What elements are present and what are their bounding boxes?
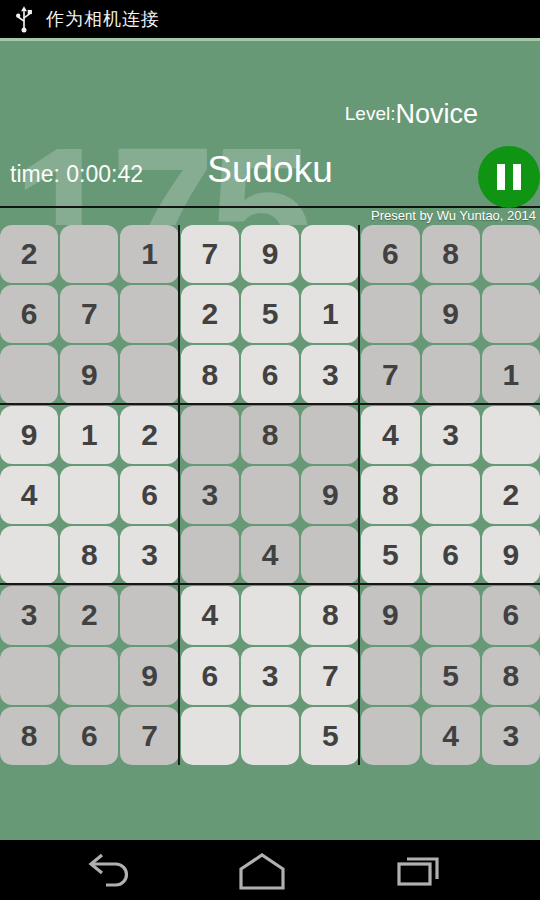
cell-r6c6[interactable] xyxy=(301,526,359,584)
cell-r1c2[interactable] xyxy=(60,225,118,283)
cell-r3c9[interactable]: 1 xyxy=(482,345,540,403)
cell-r4c9[interactable] xyxy=(482,406,540,464)
cell-r4c1[interactable]: 9 xyxy=(0,406,58,464)
level-label: Level: xyxy=(345,103,396,125)
recents-icon xyxy=(394,851,442,889)
cell-r4c5[interactable]: 8 xyxy=(241,406,299,464)
cell-r6c1[interactable] xyxy=(0,526,58,584)
cell-r1c1[interactable]: 2 xyxy=(0,225,58,283)
cell-r3c8[interactable] xyxy=(422,345,480,403)
cell-r3c6[interactable]: 3 xyxy=(301,345,359,403)
back-icon xyxy=(85,852,135,888)
screen: 作为相机连接 175 time: 0:00:42 Sudoku Level:No… xyxy=(0,0,540,900)
cell-r6c4[interactable] xyxy=(181,526,239,584)
cell-r3c5[interactable]: 6 xyxy=(241,345,299,403)
cell-r6c5[interactable]: 4 xyxy=(241,526,299,584)
cell-r3c1[interactable] xyxy=(0,345,58,403)
cell-r6c3[interactable]: 3 xyxy=(120,526,178,584)
cell-r5c4[interactable]: 3 xyxy=(181,466,239,524)
cell-r7c6[interactable]: 8 xyxy=(301,586,359,644)
level-indicator: Level:Novice xyxy=(345,0,478,206)
level-value: Novice xyxy=(395,99,478,130)
cell-r7c1[interactable]: 3 xyxy=(0,586,58,644)
home-button[interactable] xyxy=(234,850,290,890)
cell-r3c2[interactable]: 9 xyxy=(60,345,118,403)
cell-r2c4[interactable]: 2 xyxy=(181,285,239,343)
back-button[interactable] xyxy=(82,850,138,890)
pause-button[interactable] xyxy=(478,146,540,208)
cell-r5c2[interactable] xyxy=(60,466,118,524)
cell-r2c7[interactable] xyxy=(361,285,419,343)
cell-r8c7[interactable] xyxy=(361,647,419,705)
cell-r6c8[interactable]: 6 xyxy=(422,526,480,584)
cell-r5c7[interactable]: 8 xyxy=(361,466,419,524)
cell-r7c7[interactable]: 9 xyxy=(361,586,419,644)
cell-r9c9[interactable]: 3 xyxy=(482,707,540,765)
cell-r4c7[interactable]: 4 xyxy=(361,406,419,464)
pause-icon xyxy=(497,164,521,190)
cell-r9c5[interactable] xyxy=(241,707,299,765)
cell-r8c4[interactable]: 6 xyxy=(181,647,239,705)
cell-r8c2[interactable] xyxy=(60,647,118,705)
cell-r9c3[interactable]: 7 xyxy=(120,707,178,765)
cell-r5c3[interactable]: 6 xyxy=(120,466,178,524)
cell-r2c8[interactable]: 9 xyxy=(422,285,480,343)
cell-r2c1[interactable]: 6 xyxy=(0,285,58,343)
cell-r8c1[interactable] xyxy=(0,647,58,705)
home-icon xyxy=(236,850,288,890)
cell-r4c2[interactable]: 1 xyxy=(60,406,118,464)
cell-r2c3[interactable] xyxy=(120,285,178,343)
cell-r8c6[interactable]: 7 xyxy=(301,647,359,705)
cell-r2c5[interactable]: 5 xyxy=(241,285,299,343)
cell-r1c8[interactable]: 8 xyxy=(422,225,480,283)
usb-icon xyxy=(14,6,34,33)
status-text: 作为相机连接 xyxy=(46,7,160,31)
cell-r5c6[interactable]: 9 xyxy=(301,466,359,524)
board-wrap: 2179686725199863719128434639828345693248… xyxy=(0,225,540,765)
cell-r4c8[interactable]: 3 xyxy=(422,406,480,464)
cell-r7c4[interactable]: 4 xyxy=(181,586,239,644)
recents-button[interactable] xyxy=(390,850,446,890)
cell-r4c6[interactable] xyxy=(301,406,359,464)
cell-r7c8[interactable] xyxy=(422,586,480,644)
cell-r5c1[interactable]: 4 xyxy=(0,466,58,524)
cell-r1c5[interactable]: 9 xyxy=(241,225,299,283)
cell-r2c2[interactable]: 7 xyxy=(60,285,118,343)
cell-r8c5[interactable]: 3 xyxy=(241,647,299,705)
cell-r3c4[interactable]: 8 xyxy=(181,345,239,403)
cell-r8c8[interactable]: 5 xyxy=(422,647,480,705)
cell-r2c9[interactable] xyxy=(482,285,540,343)
cell-r1c9[interactable] xyxy=(482,225,540,283)
cell-r7c2[interactable]: 2 xyxy=(60,586,118,644)
cell-r7c3[interactable] xyxy=(120,586,178,644)
cell-r6c2[interactable]: 8 xyxy=(60,526,118,584)
cell-r5c8[interactable] xyxy=(422,466,480,524)
cell-r4c3[interactable]: 2 xyxy=(120,406,178,464)
cell-r3c7[interactable]: 7 xyxy=(361,345,419,403)
cell-r7c5[interactable] xyxy=(241,586,299,644)
cell-r1c6[interactable] xyxy=(301,225,359,283)
cell-r5c5[interactable] xyxy=(241,466,299,524)
cell-r9c8[interactable]: 4 xyxy=(422,707,480,765)
cell-r9c6[interactable]: 5 xyxy=(301,707,359,765)
cell-r6c7[interactable]: 5 xyxy=(361,526,419,584)
sudoku-board: 2179686725199863719128434639828345693248… xyxy=(0,225,540,765)
cell-r9c4[interactable] xyxy=(181,707,239,765)
cell-r1c7[interactable]: 6 xyxy=(361,225,419,283)
credit-text: Present by Wu Yuntao, 2014 xyxy=(371,208,536,223)
cell-r8c9[interactable]: 8 xyxy=(482,647,540,705)
cell-r2c6[interactable]: 1 xyxy=(301,285,359,343)
cell-r9c2[interactable]: 6 xyxy=(60,707,118,765)
cell-r7c9[interactable]: 6 xyxy=(482,586,540,644)
cell-r9c7[interactable] xyxy=(361,707,419,765)
cell-r1c4[interactable]: 7 xyxy=(181,225,239,283)
cell-r9c1[interactable]: 8 xyxy=(0,707,58,765)
cell-r8c3[interactable]: 9 xyxy=(120,647,178,705)
cell-r6c9[interactable]: 9 xyxy=(482,526,540,584)
cell-r3c3[interactable] xyxy=(120,345,178,403)
cell-r1c3[interactable]: 1 xyxy=(120,225,178,283)
cell-r5c9[interactable]: 2 xyxy=(482,466,540,524)
cell-r4c4[interactable] xyxy=(181,406,239,464)
